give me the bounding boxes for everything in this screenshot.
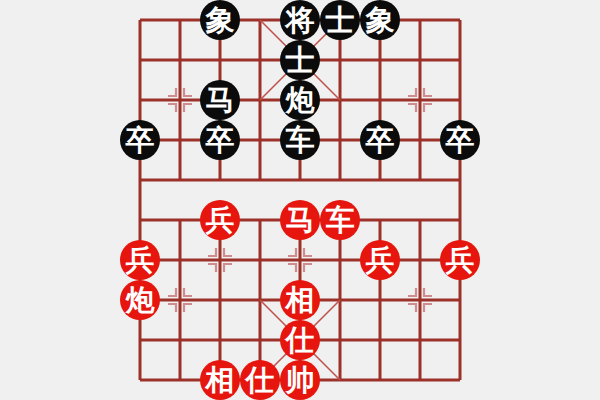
piece-red-horse[interactable]: 马: [280, 200, 320, 240]
piece-red-cannon[interactable]: 炮: [120, 280, 160, 320]
piece-black-elephant[interactable]: 象: [360, 0, 400, 40]
piece-black-soldier[interactable]: 卒: [120, 120, 160, 160]
piece-red-chariot[interactable]: 车: [320, 200, 360, 240]
piece-black-soldier[interactable]: 卒: [360, 120, 400, 160]
piece-black-chariot[interactable]: 车: [280, 120, 320, 160]
piece-red-advisor[interactable]: 仕: [240, 360, 280, 400]
piece-black-advisor[interactable]: 士: [280, 40, 320, 80]
piece-red-elephant[interactable]: 相: [200, 360, 240, 400]
piece-red-soldier[interactable]: 兵: [360, 240, 400, 280]
piece-red-soldier[interactable]: 兵: [120, 240, 160, 280]
piece-black-advisor[interactable]: 士: [320, 0, 360, 40]
piece-black-soldier[interactable]: 卒: [440, 120, 480, 160]
piece-red-advisor[interactable]: 仕: [280, 320, 320, 360]
pieces-layer: 象将士象士马炮卒卒车卒卒兵马车兵兵兵炮相仕相仕帅: [0, 0, 600, 400]
piece-black-horse[interactable]: 马: [200, 80, 240, 120]
piece-red-soldier[interactable]: 兵: [200, 200, 240, 240]
piece-black-soldier[interactable]: 卒: [200, 120, 240, 160]
piece-red-soldier[interactable]: 兵: [440, 240, 480, 280]
piece-black-cannon[interactable]: 炮: [280, 80, 320, 120]
piece-red-elephant[interactable]: 相: [280, 280, 320, 320]
xiangqi-board: 象将士象士马炮卒卒车卒卒兵马车兵兵兵炮相仕相仕帅: [0, 0, 600, 400]
piece-red-general[interactable]: 帅: [280, 360, 320, 400]
piece-black-general[interactable]: 将: [280, 0, 320, 40]
piece-black-elephant[interactable]: 象: [200, 0, 240, 40]
